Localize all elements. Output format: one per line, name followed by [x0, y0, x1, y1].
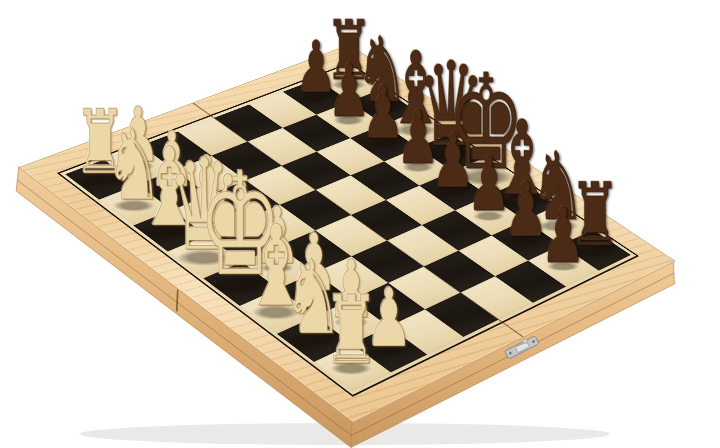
- product-photo-stage: ♜♞♟♝♟♛♟♚♟♝♟♞♟♜♟♟♟♟♜♟♞♟♝♟♛♟♚♟♝♟♞♜: [0, 0, 720, 448]
- fold-seam-groove: [177, 289, 178, 311]
